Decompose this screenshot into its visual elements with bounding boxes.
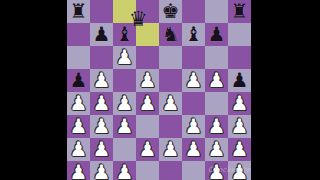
- square-b1[interactable]: ♟: [90, 161, 113, 180]
- white-pawn[interactable]: ♟: [205, 69, 228, 92]
- square-c4[interactable]: ♟: [113, 92, 136, 115]
- square-b8[interactable]: [90, 0, 113, 23]
- white-pawn[interactable]: ♟: [159, 138, 182, 161]
- square-a5[interactable]: ♟: [67, 69, 90, 92]
- square-d1[interactable]: [136, 161, 159, 180]
- square-a8[interactable]: ♜: [67, 0, 90, 23]
- square-b3[interactable]: ♟: [90, 115, 113, 138]
- square-a6[interactable]: [67, 46, 90, 69]
- square-h2[interactable]: ♟: [228, 138, 251, 161]
- video-frame: ♜♚♜♟♝♞♝♟♟♟♟♟♟♟♟♟♟♟♟♟♟♟♟♟♟♟♟♟♟♟♟♟♟♟♟♟♟♟♟♛…: [0, 0, 320, 180]
- square-d6[interactable]: [136, 46, 159, 69]
- square-c2[interactable]: [113, 138, 136, 161]
- square-e8[interactable]: ♚: [159, 0, 182, 23]
- square-f6[interactable]: [182, 46, 205, 69]
- square-e5[interactable]: [159, 69, 182, 92]
- square-g7[interactable]: ♟: [205, 23, 228, 46]
- square-e7[interactable]: ♞: [159, 23, 182, 46]
- white-pawn[interactable]: ♟: [228, 92, 251, 115]
- white-pawn[interactable]: ♟: [136, 69, 159, 92]
- square-h6[interactable]: [228, 46, 251, 69]
- black-pawn[interactable]: ♟: [67, 69, 90, 92]
- white-pawn[interactable]: ♟: [90, 92, 113, 115]
- square-g2[interactable]: ♟: [205, 138, 228, 161]
- square-f7[interactable]: ♝: [182, 23, 205, 46]
- square-g6[interactable]: [205, 46, 228, 69]
- black-pawn[interactable]: ♟: [228, 69, 251, 92]
- square-f4[interactable]: [182, 92, 205, 115]
- black-knight[interactable]: ♞: [159, 23, 182, 46]
- white-pawn[interactable]: ♟: [182, 138, 205, 161]
- square-e2[interactable]: ♟: [159, 138, 182, 161]
- square-c3[interactable]: ♟: [113, 115, 136, 138]
- square-h5[interactable]: ♟: [228, 69, 251, 92]
- black-king[interactable]: ♚: [159, 0, 182, 23]
- black-bishop[interactable]: ♝: [182, 23, 205, 46]
- square-d4[interactable]: ♟: [136, 92, 159, 115]
- square-g4[interactable]: [205, 92, 228, 115]
- black-rook[interactable]: ♜: [228, 0, 251, 23]
- square-h7[interactable]: [228, 23, 251, 46]
- white-pawn[interactable]: ♟: [182, 115, 205, 138]
- white-pawn[interactable]: ♟: [205, 138, 228, 161]
- square-h4[interactable]: ♟: [228, 92, 251, 115]
- square-a2[interactable]: ♟: [67, 138, 90, 161]
- letterbox-left: [0, 0, 67, 180]
- white-pawn[interactable]: ♟: [90, 115, 113, 138]
- animating-black-queen[interactable]: ♛: [127, 8, 150, 31]
- white-pawn[interactable]: ♟: [67, 115, 90, 138]
- square-g5[interactable]: ♟: [205, 69, 228, 92]
- chess-board: ♜♚♜♟♝♞♝♟♟♟♟♟♟♟♟♟♟♟♟♟♟♟♟♟♟♟♟♟♟♟♟♟♟♟♟♟♟♟♟♛: [67, 0, 251, 180]
- white-pawn[interactable]: ♟: [228, 115, 251, 138]
- square-d3[interactable]: [136, 115, 159, 138]
- white-pawn[interactable]: ♟: [136, 92, 159, 115]
- white-pawn[interactable]: ♟: [90, 69, 113, 92]
- square-b2[interactable]: ♟: [90, 138, 113, 161]
- black-pawn[interactable]: ♟: [90, 23, 113, 46]
- square-b4[interactable]: ♟: [90, 92, 113, 115]
- white-pawn[interactable]: ♟: [67, 161, 90, 180]
- square-h3[interactable]: ♟: [228, 115, 251, 138]
- square-e4[interactable]: ♟: [159, 92, 182, 115]
- square-c1[interactable]: ♟: [113, 161, 136, 180]
- square-g3[interactable]: ♟: [205, 115, 228, 138]
- white-pawn[interactable]: ♟: [113, 161, 136, 180]
- square-f2[interactable]: ♟: [182, 138, 205, 161]
- white-pawn[interactable]: ♟: [67, 138, 90, 161]
- white-pawn[interactable]: ♟: [113, 46, 136, 69]
- square-a3[interactable]: ♟: [67, 115, 90, 138]
- white-pawn[interactable]: ♟: [159, 92, 182, 115]
- square-d5[interactable]: ♟: [136, 69, 159, 92]
- white-pawn[interactable]: ♟: [113, 115, 136, 138]
- square-f1[interactable]: [182, 161, 205, 180]
- white-pawn[interactable]: ♟: [182, 69, 205, 92]
- square-a4[interactable]: ♟: [67, 92, 90, 115]
- square-g8[interactable]: [205, 0, 228, 23]
- square-f3[interactable]: ♟: [182, 115, 205, 138]
- square-f8[interactable]: [182, 0, 205, 23]
- square-e1[interactable]: [159, 161, 182, 180]
- square-a1[interactable]: ♟: [67, 161, 90, 180]
- black-rook[interactable]: ♜: [67, 0, 90, 23]
- white-pawn[interactable]: ♟: [90, 161, 113, 180]
- white-pawn[interactable]: ♟: [205, 115, 228, 138]
- white-pawn[interactable]: ♟: [136, 138, 159, 161]
- white-pawn[interactable]: ♟: [228, 138, 251, 161]
- square-b5[interactable]: ♟: [90, 69, 113, 92]
- watermark: Checkmate: [208, 166, 250, 174]
- square-e3[interactable]: [159, 115, 182, 138]
- square-a7[interactable]: [67, 23, 90, 46]
- square-e6[interactable]: [159, 46, 182, 69]
- square-h8[interactable]: ♜: [228, 0, 251, 23]
- white-pawn[interactable]: ♟: [90, 138, 113, 161]
- square-b7[interactable]: ♟: [90, 23, 113, 46]
- black-pawn[interactable]: ♟: [205, 23, 228, 46]
- square-d2[interactable]: ♟: [136, 138, 159, 161]
- white-pawn[interactable]: ♟: [67, 92, 90, 115]
- square-f5[interactable]: ♟: [182, 69, 205, 92]
- square-c6[interactable]: ♟: [113, 46, 136, 69]
- square-b6[interactable]: [90, 46, 113, 69]
- square-c5[interactable]: [113, 69, 136, 92]
- letterbox-right: [251, 0, 320, 180]
- white-pawn[interactable]: ♟: [113, 92, 136, 115]
